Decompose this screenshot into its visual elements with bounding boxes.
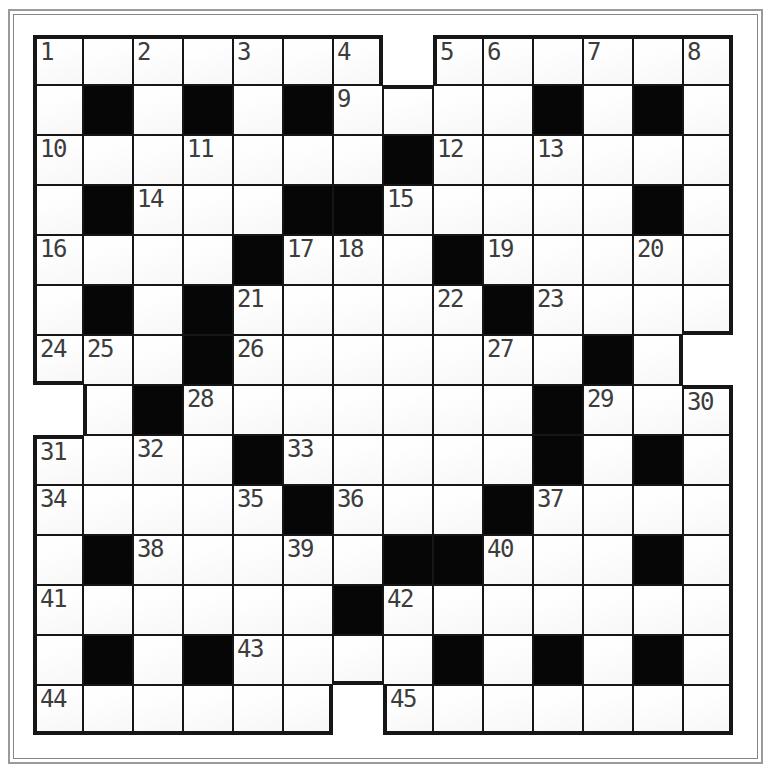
cell-r1c10[interactable]: 6 (483, 35, 533, 85)
cell-r6c5[interactable]: 21 (233, 285, 283, 335)
cell-r11c5[interactable] (233, 535, 283, 585)
clue-number: 25 (87, 337, 113, 361)
cell-r10c12[interactable] (583, 485, 633, 535)
cell-r12c12[interactable] (583, 585, 633, 635)
cell-r13c6[interactable] (283, 635, 333, 685)
clue-number: 18 (337, 237, 363, 261)
clue-number: 30 (687, 390, 713, 414)
cell-r10c5[interactable]: 35 (233, 485, 283, 535)
cell-r2c12[interactable] (583, 85, 633, 135)
cell-r11c10[interactable]: 40 (483, 535, 533, 585)
cell-r8c9[interactable] (433, 385, 483, 435)
cell-r14c4[interactable] (183, 685, 233, 735)
cell-r11c12[interactable] (583, 535, 633, 585)
cell-r8c7[interactable] (333, 385, 383, 435)
block-r2c13 (633, 85, 683, 135)
cell-r8c12[interactable]: 29 (583, 385, 633, 435)
cell-r8c13[interactable] (633, 385, 683, 435)
cell-r14c1[interactable]: 44 (33, 685, 83, 735)
block-r5c9 (433, 235, 483, 285)
cell-r1c5[interactable]: 3 (233, 35, 283, 85)
cell-r2c3[interactable] (133, 85, 183, 135)
block-r8c3 (133, 385, 183, 435)
cell-r11c11[interactable] (533, 535, 583, 585)
cell-r1c6[interactable] (283, 35, 333, 85)
cell-r3c9[interactable]: 12 (433, 135, 483, 185)
cell-r14c6[interactable] (283, 685, 333, 735)
cell-r4c8[interactable]: 15 (383, 185, 433, 235)
block-r6c2 (83, 285, 133, 335)
cell-r5c1[interactable]: 16 (33, 235, 83, 285)
clue-number: 19 (487, 237, 513, 261)
cell-r4c14[interactable] (683, 185, 733, 235)
block-r9c5 (233, 435, 283, 485)
cell-r14c14[interactable] (683, 685, 733, 735)
cell-r9c8[interactable] (383, 435, 433, 485)
cell-r5c12[interactable] (583, 235, 633, 285)
cell-r7c1[interactable]: 24 (33, 335, 83, 385)
clue-number: 5 (440, 40, 453, 64)
cell-r1c1[interactable]: 1 (33, 35, 83, 85)
cell-r12c4[interactable] (183, 585, 233, 635)
cell-r5c8[interactable] (383, 235, 433, 285)
cell-r7c2[interactable]: 25 (83, 335, 133, 385)
cell-r4c11[interactable] (533, 185, 583, 235)
cell-r6c3[interactable] (133, 285, 183, 335)
notch-r7c14 (683, 335, 733, 385)
cell-r4c9[interactable] (433, 185, 483, 235)
clue-number: 44 (40, 687, 66, 711)
cell-r14c10[interactable] (483, 685, 533, 735)
clue-number: 8 (687, 40, 700, 64)
clue-number: 45 (390, 687, 416, 711)
block-r13c11 (533, 635, 583, 685)
cell-r5c7[interactable]: 18 (333, 235, 383, 285)
cell-r14c8[interactable]: 45 (383, 685, 433, 735)
cell-r14c9[interactable] (433, 685, 483, 735)
block-r4c13 (633, 185, 683, 235)
clue-number: 20 (637, 237, 663, 261)
cell-r10c1[interactable]: 34 (33, 485, 83, 535)
cell-r3c5[interactable] (233, 135, 283, 185)
cell-r8c2[interactable] (83, 385, 133, 435)
cell-r7c11[interactable] (533, 335, 583, 385)
clue-number: 37 (537, 487, 563, 511)
cell-r3c14[interactable] (683, 135, 733, 185)
cell-r3c7[interactable] (333, 135, 383, 185)
cell-r4c5[interactable] (233, 185, 283, 235)
clue-number: 28 (187, 387, 213, 411)
clue-number: 42 (387, 587, 413, 611)
clue-number: 38 (137, 537, 163, 561)
cell-r3c12[interactable] (583, 135, 633, 185)
cell-r7c8[interactable] (383, 335, 433, 385)
clue-number: 35 (237, 487, 263, 511)
cell-r11c14[interactable] (683, 535, 733, 585)
block-r3c8 (383, 135, 433, 185)
clue-number: 41 (40, 587, 66, 611)
cell-r2c14[interactable] (683, 85, 733, 135)
cell-r4c10[interactable] (483, 185, 533, 235)
cell-r9c6[interactable]: 33 (283, 435, 333, 485)
cell-r14c5[interactable] (233, 685, 283, 735)
cell-r10c2[interactable] (83, 485, 133, 535)
cell-r2c5[interactable] (233, 85, 283, 135)
cell-r3c2[interactable] (83, 135, 133, 185)
cell-r13c5[interactable]: 43 (233, 635, 283, 685)
clue-number: 36 (337, 487, 363, 511)
cell-r2c9[interactable] (433, 85, 483, 135)
cell-r11c7[interactable] (333, 535, 383, 585)
block-r11c13 (633, 535, 683, 585)
cell-r13c7[interactable] (333, 635, 383, 685)
block-r12c7 (333, 585, 383, 635)
clue-number: 22 (437, 287, 463, 311)
cell-r9c2[interactable] (83, 435, 133, 485)
cell-r10c9[interactable] (433, 485, 483, 535)
clue-number: 32 (137, 437, 163, 461)
cell-r5c4[interactable] (183, 235, 233, 285)
cell-r14c12[interactable] (583, 685, 633, 735)
cell-r9c9[interactable] (433, 435, 483, 485)
cell-r9c3[interactable]: 32 (133, 435, 183, 485)
cell-r4c4[interactable] (183, 185, 233, 235)
block-r13c4 (183, 635, 233, 685)
cell-r8c5[interactable] (233, 385, 283, 435)
cell-r1c4[interactable] (183, 35, 233, 85)
cell-r7c10[interactable]: 27 (483, 335, 533, 385)
cell-r1c9[interactable]: 5 (433, 35, 483, 85)
cell-r5c3[interactable] (133, 235, 183, 285)
cell-r8c14[interactable]: 30 (683, 385, 733, 435)
cell-r14c2[interactable] (83, 685, 133, 735)
block-r9c11 (533, 435, 583, 485)
clue-number: 12 (437, 137, 463, 161)
cell-r12c8[interactable]: 42 (383, 585, 433, 635)
crossword-grid: 1234567891011121314151617181920212223242… (33, 35, 733, 735)
clue-number: 27 (487, 337, 513, 361)
cell-r13c1[interactable] (33, 635, 83, 685)
cell-r10c7[interactable]: 36 (333, 485, 383, 535)
clue-number: 2 (137, 40, 150, 64)
cell-r3c11[interactable]: 13 (533, 135, 583, 185)
block-r4c2 (83, 185, 133, 235)
cell-r10c14[interactable] (683, 485, 733, 535)
clue-number: 17 (287, 237, 313, 261)
cell-r3c4[interactable]: 11 (183, 135, 233, 185)
cell-r11c6[interactable]: 39 (283, 535, 333, 585)
clue-number: 13 (537, 137, 563, 161)
cell-r1c7[interactable]: 4 (333, 35, 383, 85)
cell-r3c1[interactable]: 10 (33, 135, 83, 185)
cell-r9c4[interactable] (183, 435, 233, 485)
block-r8c11 (533, 385, 583, 435)
cell-r9c10[interactable] (483, 435, 533, 485)
clue-number: 6 (487, 40, 500, 64)
clue-number: 14 (137, 187, 163, 211)
clue-number: 40 (487, 537, 513, 561)
cell-r1c11[interactable] (533, 35, 583, 85)
cell-r13c3[interactable] (133, 635, 183, 685)
cell-r14c13[interactable] (633, 685, 683, 735)
cell-r13c14[interactable] (683, 635, 733, 685)
cell-r5c13[interactable]: 20 (633, 235, 683, 285)
cell-r3c10[interactable] (483, 135, 533, 185)
cell-r10c8[interactable] (383, 485, 433, 535)
block-r10c6 (283, 485, 333, 535)
cell-r12c3[interactable] (133, 585, 183, 635)
block-r6c10 (483, 285, 533, 335)
cell-r11c4[interactable] (183, 535, 233, 585)
clue-number: 10 (40, 137, 66, 161)
clue-number: 15 (387, 187, 413, 211)
cell-r7c6[interactable] (283, 335, 333, 385)
block-r4c6 (283, 185, 333, 235)
cell-r9c14[interactable] (683, 435, 733, 485)
cell-r7c9[interactable] (433, 335, 483, 385)
cell-r8c10[interactable] (483, 385, 533, 435)
cell-r10c3[interactable] (133, 485, 183, 535)
clue-number: 24 (40, 337, 66, 361)
cell-r7c13[interactable] (633, 335, 683, 385)
clue-number: 11 (187, 137, 213, 161)
notch-r1c8 (383, 35, 433, 85)
cell-r6c6[interactable] (283, 285, 333, 335)
clue-number: 1 (40, 40, 53, 64)
cell-r1c3[interactable]: 2 (133, 35, 183, 85)
cell-r12c6[interactable] (283, 585, 333, 635)
clue-number: 31 (40, 440, 66, 464)
cell-r13c10[interactable] (483, 635, 533, 685)
clue-number: 43 (237, 637, 263, 661)
clue-number: 26 (237, 337, 263, 361)
cell-r6c11[interactable]: 23 (533, 285, 583, 335)
cell-r1c2[interactable] (83, 35, 133, 85)
cell-r8c6[interactable] (283, 385, 333, 435)
block-r5c5 (233, 235, 283, 285)
clue-number: 29 (587, 387, 613, 411)
cell-r1c14[interactable]: 8 (683, 35, 733, 85)
block-r6c4 (183, 285, 233, 335)
cell-r8c8[interactable] (383, 385, 433, 435)
notch-r8c1 (33, 385, 83, 435)
block-r13c13 (633, 635, 683, 685)
block-r7c4 (183, 335, 233, 385)
block-r9c13 (633, 435, 683, 485)
cell-r4c3[interactable]: 14 (133, 185, 183, 235)
cell-r1c13[interactable] (633, 35, 683, 85)
clue-number: 23 (537, 287, 563, 311)
cell-r10c11[interactable]: 37 (533, 485, 583, 535)
cell-r7c7[interactable] (333, 335, 383, 385)
cell-r9c12[interactable] (583, 435, 633, 485)
cell-r12c5[interactable] (233, 585, 283, 635)
clue-number: 9 (337, 87, 350, 111)
block-r13c9 (433, 635, 483, 685)
cell-r10c13[interactable] (633, 485, 683, 535)
cell-r10c4[interactable] (183, 485, 233, 535)
cell-r2c1[interactable] (33, 85, 83, 135)
block-r10c10 (483, 485, 533, 535)
block-r13c2 (83, 635, 133, 685)
cell-r14c11[interactable] (533, 685, 583, 735)
cell-r5c11[interactable] (533, 235, 583, 285)
clue-number: 21 (237, 287, 263, 311)
cell-r14c3[interactable] (133, 685, 183, 735)
cell-r11c3[interactable]: 38 (133, 535, 183, 585)
cell-r6c8[interactable] (383, 285, 433, 335)
block-r11c8 (383, 535, 433, 585)
cell-r12c2[interactable] (83, 585, 133, 635)
cell-r6c7[interactable] (333, 285, 383, 335)
block-r2c4 (183, 85, 233, 135)
clue-number: 4 (337, 40, 350, 64)
cell-r9c7[interactable] (333, 435, 383, 485)
block-r4c7 (333, 185, 383, 235)
cell-r12c9[interactable] (433, 585, 483, 635)
cell-r12c13[interactable] (633, 585, 683, 635)
cell-r12c1[interactable]: 41 (33, 585, 83, 635)
block-r11c9 (433, 535, 483, 585)
cell-r13c8[interactable] (383, 635, 433, 685)
clue-number: 7 (587, 40, 600, 64)
cell-r5c6[interactable]: 17 (283, 235, 333, 285)
cell-r2c7[interactable]: 9 (333, 85, 383, 135)
block-r7c12 (583, 335, 633, 385)
cell-r7c5[interactable]: 26 (233, 335, 283, 385)
cell-r3c6[interactable] (283, 135, 333, 185)
cell-r6c12[interactable] (583, 285, 633, 335)
clue-number: 3 (237, 40, 250, 64)
cell-r12c11[interactable] (533, 585, 583, 635)
clue-number: 34 (40, 487, 66, 511)
clue-number: 16 (40, 237, 66, 261)
cell-r12c14[interactable] (683, 585, 733, 635)
block-r11c2 (83, 535, 133, 585)
cell-r5c2[interactable] (83, 235, 133, 285)
block-r2c11 (533, 85, 583, 135)
cell-r11c1[interactable] (33, 535, 83, 585)
cell-r3c3[interactable] (133, 135, 183, 185)
cell-r1c12[interactable]: 7 (583, 35, 633, 85)
cell-r6c14[interactable] (683, 285, 733, 335)
cell-r7c3[interactable] (133, 335, 183, 385)
cell-r12c10[interactable] (483, 585, 533, 635)
cell-r6c9[interactable]: 22 (433, 285, 483, 335)
cell-r5c10[interactable]: 19 (483, 235, 533, 285)
clue-number: 39 (287, 537, 313, 561)
notch-r14c7 (333, 685, 383, 735)
block-r2c2 (83, 85, 133, 135)
cell-r4c12[interactable] (583, 185, 633, 235)
clue-number: 33 (287, 437, 313, 461)
cell-r6c13[interactable] (633, 285, 683, 335)
cell-r3c13[interactable] (633, 135, 683, 185)
cell-r13c12[interactable] (583, 635, 633, 685)
cell-r2c8[interactable] (383, 85, 433, 135)
cell-r4c1[interactable] (33, 185, 83, 235)
cell-r6c1[interactable] (33, 285, 83, 335)
cell-r8c4[interactable]: 28 (183, 385, 233, 435)
cell-r5c14[interactable] (683, 235, 733, 285)
cell-r9c1[interactable]: 31 (33, 435, 83, 485)
cell-r2c10[interactable] (483, 85, 533, 135)
block-r2c6 (283, 85, 333, 135)
